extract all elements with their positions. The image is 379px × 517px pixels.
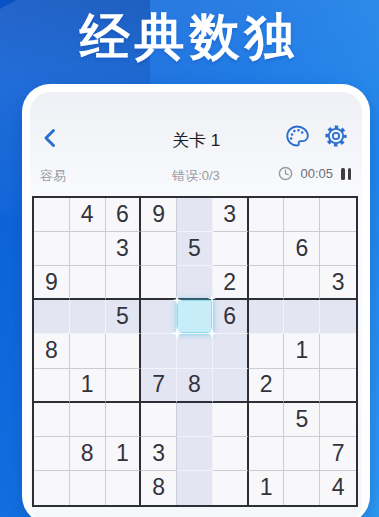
- cell-r4c2[interactable]: [70, 300, 106, 334]
- cell-r6c2[interactable]: 1: [70, 369, 106, 403]
- cell-r6c6[interactable]: [213, 369, 249, 403]
- cell-r1c9[interactable]: [320, 198, 356, 232]
- cell-r1c1[interactable]: [34, 198, 70, 232]
- cell-r3c5[interactable]: [177, 266, 213, 300]
- cell-r1c6[interactable]: 3: [213, 198, 249, 232]
- cell-r8c2[interactable]: 8: [70, 437, 106, 471]
- cell-r2c5[interactable]: 5: [177, 232, 213, 266]
- cell-r4c6[interactable]: 6: [213, 300, 249, 334]
- cell-r7c5[interactable]: [177, 403, 213, 437]
- cell-r6c9[interactable]: [320, 369, 356, 403]
- cell-r6c4[interactable]: 7: [141, 369, 177, 403]
- cell-r2c6[interactable]: [213, 232, 249, 266]
- cell-r7c6[interactable]: [213, 403, 249, 437]
- cell-r9c6[interactable]: [213, 471, 249, 505]
- cell-r2c4[interactable]: [141, 232, 177, 266]
- cell-r3c2[interactable]: [70, 266, 106, 300]
- cell-r9c4[interactable]: 8: [141, 471, 177, 505]
- cell-r8c8[interactable]: [284, 437, 320, 471]
- cell-r5c8[interactable]: 1: [284, 334, 320, 368]
- cell-r8c3[interactable]: 1: [106, 437, 142, 471]
- cell-r8c1[interactable]: [34, 437, 70, 471]
- cell-r5c3[interactable]: [106, 334, 142, 368]
- cell-r4c8[interactable]: [284, 300, 320, 334]
- cell-r1c5[interactable]: [177, 198, 213, 232]
- settings-button[interactable]: [323, 123, 349, 149]
- cell-r7c3[interactable]: [106, 403, 142, 437]
- cell-r5c7[interactable]: [249, 334, 285, 368]
- cell-r4c1[interactable]: [34, 300, 70, 334]
- game-card: 关卡 1: [22, 84, 370, 517]
- cell-r1c4[interactable]: 9: [141, 198, 177, 232]
- cell-r4c5[interactable]: [177, 300, 213, 334]
- cell-r5c1[interactable]: 8: [34, 334, 70, 368]
- cell-r3c3[interactable]: [106, 266, 142, 300]
- gear-icon: [323, 135, 349, 152]
- cell-r3c4[interactable]: [141, 266, 177, 300]
- cell-r7c1[interactable]: [34, 403, 70, 437]
- pause-icon: [341, 168, 345, 180]
- pause-button[interactable]: [340, 167, 352, 181]
- cell-r4c3[interactable]: 5: [106, 300, 142, 334]
- cell-r9c7[interactable]: 1: [249, 471, 285, 505]
- game-card-inner: 关卡 1: [30, 92, 362, 517]
- cell-r1c2[interactable]: 4: [70, 198, 106, 232]
- cell-r6c5[interactable]: 8: [177, 369, 213, 403]
- cell-r8c4[interactable]: 3: [141, 437, 177, 471]
- cell-r6c7[interactable]: 2: [249, 369, 285, 403]
- theme-palette-icon: [284, 135, 310, 152]
- cell-r9c9[interactable]: 4: [320, 471, 356, 505]
- cell-r3c8[interactable]: [284, 266, 320, 300]
- cell-r7c8[interactable]: 5: [284, 403, 320, 437]
- sudoku-grid: 46933569235681178258137814: [32, 196, 358, 507]
- cell-r3c7[interactable]: [249, 266, 285, 300]
- cell-r8c6[interactable]: [213, 437, 249, 471]
- cell-r9c5[interactable]: [177, 471, 213, 505]
- cell-r4c9[interactable]: [320, 300, 356, 334]
- theme-button[interactable]: [284, 123, 310, 149]
- cell-r9c2[interactable]: [70, 471, 106, 505]
- cell-r8c5[interactable]: [177, 437, 213, 471]
- cell-r7c7[interactable]: [249, 403, 285, 437]
- cell-r7c2[interactable]: [70, 403, 106, 437]
- cell-r5c4[interactable]: [141, 334, 177, 368]
- cell-r5c9[interactable]: [320, 334, 356, 368]
- cell-r6c1[interactable]: [34, 369, 70, 403]
- cell-r1c8[interactable]: [284, 198, 320, 232]
- cell-r9c3[interactable]: [106, 471, 142, 505]
- cell-r2c7[interactable]: [249, 232, 285, 266]
- cell-r3c1[interactable]: 9: [34, 266, 70, 300]
- cell-r3c6[interactable]: 2: [213, 266, 249, 300]
- cell-r8c7[interactable]: [249, 437, 285, 471]
- cell-r5c2[interactable]: [70, 334, 106, 368]
- cell-r6c8[interactable]: [284, 369, 320, 403]
- cell-r4c7[interactable]: [249, 300, 285, 334]
- level-title: 关卡 1: [30, 129, 362, 152]
- cell-r7c9[interactable]: [320, 403, 356, 437]
- cell-r3c9[interactable]: 3: [320, 266, 356, 300]
- timer-group: 00:05: [278, 166, 352, 181]
- timer-clock-icon: [278, 166, 293, 181]
- timer-value: 00:05: [300, 166, 333, 181]
- cell-r2c1[interactable]: [34, 232, 70, 266]
- cell-r2c3[interactable]: 3: [106, 232, 142, 266]
- cell-r6c3[interactable]: [106, 369, 142, 403]
- cell-r1c3[interactable]: 6: [106, 198, 142, 232]
- cell-r9c8[interactable]: [284, 471, 320, 505]
- cell-r1c7[interactable]: [249, 198, 285, 232]
- cell-r9c1[interactable]: [34, 471, 70, 505]
- cell-r4c4[interactable]: [141, 300, 177, 334]
- cell-r2c9[interactable]: [320, 232, 356, 266]
- cell-r5c5[interactable]: [177, 334, 213, 368]
- cell-r5c6[interactable]: [213, 334, 249, 368]
- status-bar: 容易 错误:0/3 00:05: [40, 166, 352, 184]
- cell-r2c2[interactable]: [70, 232, 106, 266]
- cell-r7c4[interactable]: [141, 403, 177, 437]
- app-title: 经典数独: [0, 4, 379, 71]
- cell-r2c8[interactable]: 6: [284, 232, 320, 266]
- cell-r8c9[interactable]: 7: [320, 437, 356, 471]
